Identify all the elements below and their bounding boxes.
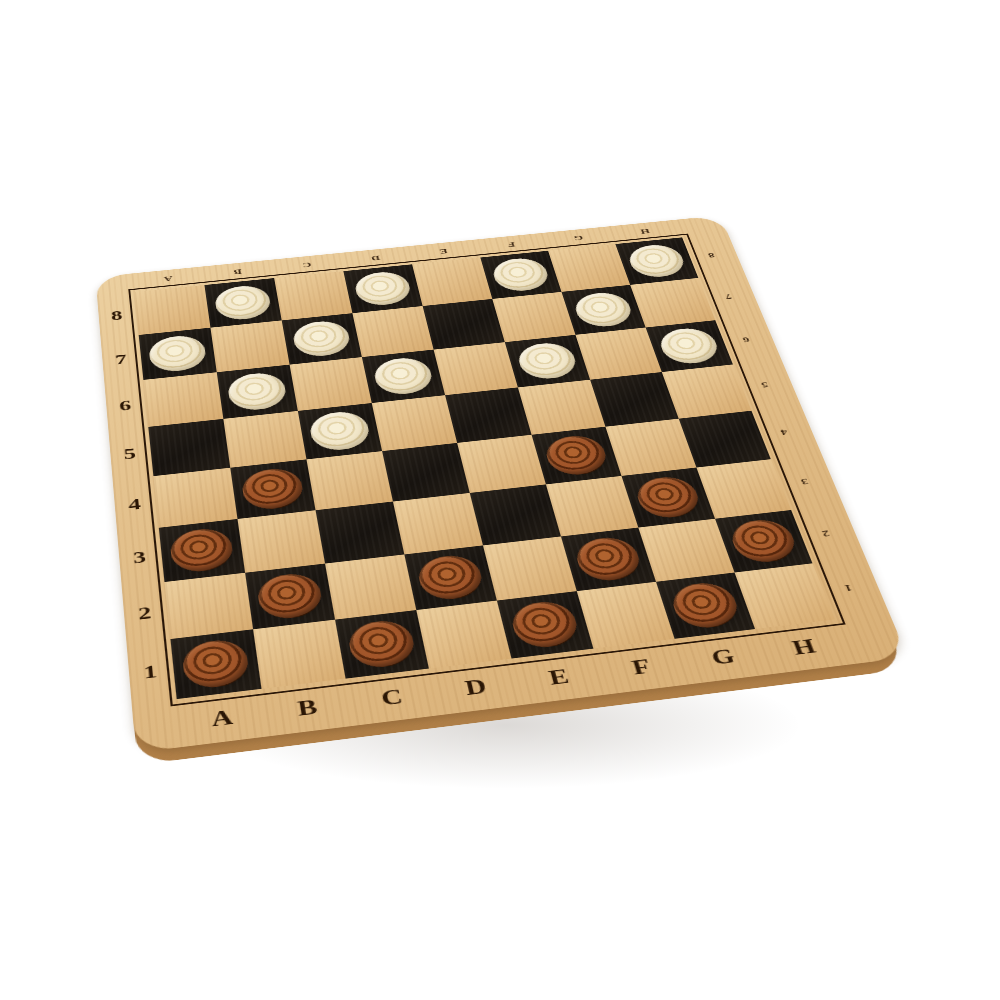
square-e2: [483, 536, 577, 600]
square-a2: [164, 573, 253, 639]
dark-checker-a3[interactable]: [169, 526, 235, 574]
dark-checker-f2[interactable]: [572, 535, 645, 584]
square-d7: [352, 306, 433, 357]
rank-label-right-7: 7: [724, 292, 734, 301]
square-d1: [416, 601, 511, 669]
square-e1[interactable]: [497, 591, 594, 658]
file-label-bottom-h: H: [789, 634, 819, 660]
file-label-bottom-b: B: [296, 695, 319, 722]
square-a3[interactable]: [159, 519, 245, 582]
square-e7[interactable]: [423, 299, 505, 350]
dark-checker-a1[interactable]: [181, 637, 251, 690]
square-d3: [393, 493, 483, 555]
square-f3: [546, 476, 638, 537]
dark-checker-b2[interactable]: [256, 571, 325, 621]
square-e5[interactable]: [445, 387, 531, 442]
square-e8: [412, 258, 492, 307]
square-b7: [210, 320, 289, 372]
playing-area: [95, 215, 720, 277]
square-g3[interactable]: [621, 468, 715, 528]
square-a5[interactable]: [148, 419, 230, 476]
square-c2: [325, 554, 416, 619]
square-b1: [253, 620, 345, 689]
square-h3: [696, 459, 791, 519]
square-d4[interactable]: [382, 443, 470, 502]
file-label-bottom-c: C: [379, 684, 405, 711]
rank-label-right-5: 5: [760, 380, 770, 390]
square-d2[interactable]: [404, 545, 497, 610]
file-label-top-g: G: [573, 233, 585, 242]
square-e3[interactable]: [470, 484, 561, 545]
square-h2[interactable]: [715, 510, 812, 573]
dark-checker-g1[interactable]: [668, 580, 744, 631]
square-f1: [577, 582, 675, 649]
dark-checker-c1[interactable]: [346, 618, 418, 670]
rank-label-left-4: 4: [127, 494, 141, 514]
rank-label-right-6: 6: [741, 335, 751, 345]
square-c4: [306, 451, 392, 510]
file-label-top-c: C: [302, 260, 312, 269]
rank-label-left-3: 3: [132, 547, 146, 568]
file-label-top-a: A: [163, 274, 173, 284]
square-g2: [638, 519, 734, 582]
square-c3[interactable]: [316, 502, 405, 564]
file-label-bottom-g: G: [708, 644, 738, 670]
square-a8: [134, 285, 210, 335]
square-e4: [457, 435, 546, 493]
square-a1[interactable]: [170, 629, 261, 699]
square-b3: [237, 510, 325, 573]
rank-label-right-3: 3: [799, 476, 810, 487]
square-b2[interactable]: [245, 564, 335, 630]
file-label-bottom-d: D: [463, 674, 489, 701]
square-b4[interactable]: [230, 459, 315, 519]
square-d5: [372, 395, 457, 451]
file-label-top-f: F: [507, 240, 517, 249]
square-h4[interactable]: [679, 411, 771, 468]
square-g1[interactable]: [656, 573, 755, 639]
square-f2[interactable]: [561, 528, 656, 592]
file-label-bottom-a: A: [210, 705, 234, 732]
rank-label-left-1: 1: [143, 660, 158, 683]
square-e6: [434, 342, 518, 395]
checkers-board: AABBCCDDEEFFGGHH1122334455667788: [95, 215, 908, 752]
rank-label-right-4: 4: [779, 427, 789, 438]
file-label-bottom-f: F: [629, 654, 653, 680]
square-c6: [290, 357, 372, 411]
dark-checker-b4[interactable]: [240, 466, 305, 511]
rank-label-left-2: 2: [137, 602, 152, 624]
square-h5: [662, 364, 752, 418]
square-h7: [630, 278, 715, 328]
scene: AABBCCDDEEFFGGHH1122334455667788: [0, 0, 1000, 1000]
square-c8: [274, 271, 352, 320]
rank-label-left-7: 7: [114, 351, 127, 368]
square-b5: [223, 411, 306, 468]
rank-label-left-6: 6: [119, 396, 132, 414]
file-label-top-e: E: [439, 247, 449, 256]
dark-checker-e1[interactable]: [508, 599, 582, 650]
rank-label-right-2: 2: [820, 528, 831, 540]
rank-label-left-8: 8: [110, 307, 123, 323]
dark-checker-g3[interactable]: [632, 474, 703, 520]
file-label-top-h: H: [639, 227, 651, 236]
dark-checker-d2[interactable]: [415, 553, 486, 602]
square-a6: [143, 372, 223, 427]
board-surface: AABBCCDDEEFFGGHH1122334455667788: [95, 215, 908, 752]
dark-checker-h2[interactable]: [726, 517, 800, 565]
square-h1: [735, 563, 835, 629]
rank-label-right-1: 1: [843, 582, 855, 595]
square-a4: [153, 468, 237, 528]
file-label-top-b: B: [233, 267, 242, 276]
rank-label-right-8: 8: [707, 251, 716, 260]
square-c1[interactable]: [335, 610, 429, 679]
file-label-bottom-e: E: [546, 664, 571, 690]
file-label-top-d: D: [370, 253, 380, 262]
rank-label-left-5: 5: [123, 444, 137, 463]
